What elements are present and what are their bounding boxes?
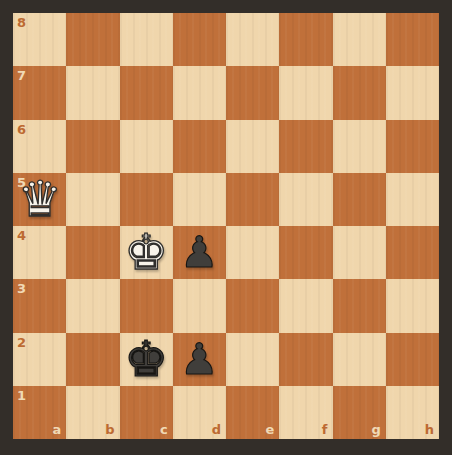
square-d1[interactable]: d — [173, 386, 226, 439]
square-e6[interactable] — [226, 120, 279, 173]
square-a5[interactable]: 5♛ — [13, 173, 66, 226]
file-label-d: d — [212, 423, 221, 436]
square-g7[interactable] — [333, 66, 386, 119]
square-b8[interactable] — [66, 13, 119, 66]
white-king[interactable]: ♚ — [120, 226, 173, 279]
file-label-a: a — [52, 423, 61, 436]
square-c2[interactable]: ♚ — [120, 333, 173, 386]
square-a1[interactable]: 1a — [13, 386, 66, 439]
file-label-c: c — [160, 423, 168, 436]
rank-label-5: 5 — [17, 176, 26, 189]
square-f6[interactable] — [279, 120, 332, 173]
square-h7[interactable] — [386, 66, 439, 119]
square-f8[interactable] — [279, 13, 332, 66]
square-d4[interactable]: ♟ — [173, 226, 226, 279]
square-e3[interactable] — [226, 279, 279, 332]
square-c7[interactable] — [120, 66, 173, 119]
square-c1[interactable]: c — [120, 386, 173, 439]
square-e7[interactable] — [226, 66, 279, 119]
square-g3[interactable] — [333, 279, 386, 332]
rank-label-1: 1 — [17, 389, 26, 402]
square-g5[interactable] — [333, 173, 386, 226]
square-c5[interactable] — [120, 173, 173, 226]
black-pawn-glyph: ♟ — [180, 333, 219, 386]
file-label-b: b — [105, 423, 114, 436]
square-d2[interactable]: ♟ — [173, 333, 226, 386]
square-h3[interactable] — [386, 279, 439, 332]
square-h6[interactable] — [386, 120, 439, 173]
rank-label-6: 6 — [17, 123, 26, 136]
chess-app-window: 8765♛4♚♟32♚♟1abcdefgh — [0, 0, 452, 455]
square-b7[interactable] — [66, 66, 119, 119]
white-king-glyph: ♚ — [124, 226, 168, 279]
black-pawn-d2[interactable]: ♟ — [173, 333, 226, 386]
square-f3[interactable] — [279, 279, 332, 332]
square-h4[interactable] — [386, 226, 439, 279]
square-e8[interactable] — [226, 13, 279, 66]
square-h5[interactable] — [386, 173, 439, 226]
rank-label-3: 3 — [17, 282, 26, 295]
file-label-f: f — [322, 423, 328, 436]
rank-label-4: 4 — [17, 229, 26, 242]
square-a6[interactable]: 6 — [13, 120, 66, 173]
square-d5[interactable] — [173, 173, 226, 226]
square-f4[interactable] — [279, 226, 332, 279]
square-c8[interactable] — [120, 13, 173, 66]
square-b4[interactable] — [66, 226, 119, 279]
square-b1[interactable]: b — [66, 386, 119, 439]
file-label-e: e — [265, 423, 274, 436]
rank-label-7: 7 — [17, 69, 26, 82]
square-b3[interactable] — [66, 279, 119, 332]
square-d8[interactable] — [173, 13, 226, 66]
square-a2[interactable]: 2 — [13, 333, 66, 386]
square-d6[interactable] — [173, 120, 226, 173]
black-pawn-glyph: ♟ — [180, 226, 219, 279]
square-c6[interactable] — [120, 120, 173, 173]
square-a4[interactable]: 4 — [13, 226, 66, 279]
rank-label-8: 8 — [17, 16, 26, 29]
square-b6[interactable] — [66, 120, 119, 173]
square-g2[interactable] — [333, 333, 386, 386]
square-e5[interactable] — [226, 173, 279, 226]
square-a3[interactable]: 3 — [13, 279, 66, 332]
chess-board: 8765♛4♚♟32♚♟1abcdefgh — [13, 13, 439, 439]
black-king-glyph: ♚ — [124, 333, 168, 386]
black-king[interactable]: ♚ — [120, 333, 173, 386]
square-d7[interactable] — [173, 66, 226, 119]
square-a8[interactable]: 8 — [13, 13, 66, 66]
square-g1[interactable]: g — [333, 386, 386, 439]
black-pawn-d4[interactable]: ♟ — [173, 226, 226, 279]
square-e2[interactable] — [226, 333, 279, 386]
square-g4[interactable] — [333, 226, 386, 279]
square-g6[interactable] — [333, 120, 386, 173]
square-f2[interactable] — [279, 333, 332, 386]
square-b2[interactable] — [66, 333, 119, 386]
square-e4[interactable] — [226, 226, 279, 279]
square-b5[interactable] — [66, 173, 119, 226]
square-h8[interactable] — [386, 13, 439, 66]
square-f7[interactable] — [279, 66, 332, 119]
square-h2[interactable] — [386, 333, 439, 386]
square-c4[interactable]: ♚ — [120, 226, 173, 279]
square-d3[interactable] — [173, 279, 226, 332]
square-h1[interactable]: h — [386, 386, 439, 439]
square-f1[interactable]: f — [279, 386, 332, 439]
square-c3[interactable] — [120, 279, 173, 332]
rank-label-2: 2 — [17, 336, 26, 349]
file-label-h: h — [425, 423, 434, 436]
file-label-g: g — [371, 423, 380, 436]
square-e1[interactable]: e — [226, 386, 279, 439]
square-a7[interactable]: 7 — [13, 66, 66, 119]
square-g8[interactable] — [333, 13, 386, 66]
square-f5[interactable] — [279, 173, 332, 226]
